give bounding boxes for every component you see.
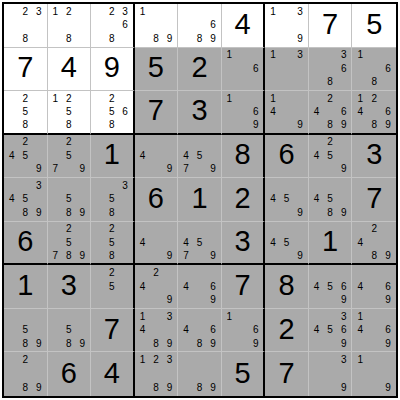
cell-r6c5[interactable]: 4579: [178, 222, 222, 266]
cell-r9c2[interactable]: 6: [48, 352, 92, 396]
pencil-mark-4: 4: [179, 323, 193, 337]
cell-r6c3[interactable]: 258: [91, 222, 135, 266]
pencil-marks: 289: [5, 353, 46, 395]
pencil-mark-1: [310, 310, 324, 324]
cell-r2c6[interactable]: 16: [222, 48, 266, 92]
pencil-mark-2: [280, 49, 294, 63]
pencil-marks: 238: [5, 5, 46, 46]
pencil-mark-6: 6: [206, 323, 220, 337]
pencil-mark-5: 5: [62, 149, 76, 163]
pencil-mark-7: [179, 32, 193, 46]
cell-r1c1[interactable]: 238: [4, 4, 48, 48]
pencil-mark-4: [5, 367, 19, 381]
pencil-mark-9: [76, 32, 90, 46]
pencil-mark-1: [92, 266, 105, 280]
cell-r1c8[interactable]: 7: [309, 4, 353, 48]
pencil-mark-4: 4: [310, 280, 324, 294]
pencil-mark-2: [149, 223, 163, 236]
pencil-mark-9: [381, 76, 395, 90]
pencil-mark-7: [223, 118, 236, 131]
pencil-mark-1: 1: [136, 353, 150, 367]
pencil-mark-5: [149, 323, 163, 337]
pencil-marks: 12389: [136, 353, 177, 395]
cell-r3c6[interactable]: 169: [222, 91, 266, 135]
cell-r5c9[interactable]: 7: [352, 178, 396, 222]
pencil-marks: 2489: [353, 223, 395, 263]
cell-value: 2: [279, 315, 295, 344]
pencil-mark-1: [179, 266, 193, 280]
pencil-mark-3: [206, 353, 220, 367]
pencil-mark-1: [179, 353, 193, 367]
pencil-marks: 589: [49, 310, 90, 351]
cell-r9c9[interactable]: 19: [352, 352, 396, 396]
cell-r5c8[interactable]: 4589: [309, 178, 353, 222]
cell-r1c9[interactable]: 5: [352, 4, 396, 48]
pencil-mark-4: 4: [310, 105, 324, 118]
pencil-mark-5: [367, 280, 381, 294]
cell-r2c8[interactable]: 368: [309, 48, 353, 92]
pencil-mark-4: 4: [5, 193, 19, 207]
cell-r7c2[interactable]: 3: [48, 265, 92, 309]
pencil-mark-5: [149, 149, 163, 163]
pencil-mark-7: [92, 293, 105, 307]
pencil-mark-9: 9: [206, 32, 220, 46]
cell-r9c3[interactable]: 4: [91, 352, 135, 396]
pencil-mark-8: [62, 163, 76, 177]
pencil-marks: 368: [310, 49, 351, 90]
pencil-mark-8: [193, 293, 207, 307]
pencil-mark-9: 9: [32, 381, 46, 395]
pencil-mark-3: 3: [293, 49, 307, 63]
pencil-mark-6: 6: [337, 105, 351, 118]
cell-r3c9[interactable]: 124689: [352, 91, 396, 135]
pencil-mark-8: 8: [323, 206, 337, 220]
cell-r9c7[interactable]: 7: [265, 352, 309, 396]
pencil-mark-2: 2: [367, 92, 381, 105]
pencil-mark-1: [266, 179, 280, 193]
pencil-mark-4: 4: [136, 280, 150, 294]
pencil-marks: 2459: [310, 136, 351, 177]
pencil-mark-2: [323, 179, 337, 193]
cell-r8c8[interactable]: 34569: [309, 309, 353, 353]
pencil-mark-6: [32, 193, 46, 207]
cell-r5c7[interactable]: 459: [265, 178, 309, 222]
cell-r1c6[interactable]: 4: [222, 4, 266, 48]
pencil-mark-6: [206, 149, 220, 163]
pencil-mark-9: 9: [32, 206, 46, 220]
cell-value: 7: [17, 53, 33, 82]
pencil-mark-8: [280, 32, 294, 46]
cell-r7c8[interactable]: 4569: [309, 265, 353, 309]
pencil-mark-4: [223, 105, 236, 118]
cell-r7c7[interactable]: 8: [265, 265, 309, 309]
pencil-mark-2: 2: [149, 353, 163, 367]
cell-r2c4[interactable]: 5: [135, 48, 179, 92]
pencil-mark-5: 5: [62, 105, 76, 118]
cell-r7c6[interactable]: 7: [222, 265, 266, 309]
pencil-mark-3: [32, 92, 46, 105]
pencil-mark-7: 7: [179, 163, 193, 177]
pencil-mark-8: [149, 293, 163, 307]
pencil-marks: 2579: [49, 136, 90, 177]
cell-r3c7[interactable]: 149: [265, 91, 309, 135]
pencil-mark-4: [136, 19, 150, 33]
pencil-mark-5: [323, 62, 337, 76]
pencil-marks: 49: [136, 136, 177, 177]
pencil-mark-6: 6: [249, 323, 262, 337]
pencil-mark-8: 8: [367, 76, 381, 90]
pencil-marks: 2568: [92, 92, 132, 132]
pencil-mark-1: [310, 353, 324, 367]
pencil-mark-5: [236, 105, 249, 118]
pencil-mark-6: 6: [381, 62, 395, 76]
cell-r4c2[interactable]: 2579: [48, 135, 92, 179]
cell-r2c7[interactable]: 13: [265, 48, 309, 92]
pencil-mark-3: 3: [163, 310, 177, 324]
cell-r8c3[interactable]: 7: [91, 309, 135, 353]
pencil-mark-7: [266, 206, 280, 220]
pencil-mark-2: [193, 310, 207, 324]
pencil-mark-8: 8: [105, 118, 118, 131]
pencil-mark-1: [5, 310, 19, 324]
cell-r2c9[interactable]: 168: [352, 48, 396, 92]
pencil-mark-7: [310, 118, 324, 131]
pencil-mark-7: [310, 337, 324, 351]
pencil-mark-6: 6: [337, 62, 351, 76]
pencil-mark-4: 4: [310, 193, 324, 207]
pencil-mark-4: 4: [179, 280, 193, 294]
cell-value: 2: [234, 184, 250, 213]
pencil-marks: 589: [49, 179, 90, 220]
pencil-mark-4: [179, 367, 193, 381]
pencil-mark-6: [337, 367, 351, 381]
cell-r6c9[interactable]: 2489: [352, 222, 396, 266]
pencil-mark-7: [92, 118, 105, 131]
pencil-mark-3: [293, 223, 307, 236]
pencil-mark-7: [310, 76, 324, 90]
cell-r4c1[interactable]: 2459: [4, 135, 48, 179]
pencil-mark-7: [353, 381, 367, 395]
pencil-marks: 34569: [310, 310, 351, 351]
pencil-mark-8: 8: [62, 32, 76, 46]
pencil-mark-9: 9: [76, 206, 90, 220]
cell-r9c5[interactable]: 89: [178, 352, 222, 396]
pencil-mark-5: [149, 19, 163, 33]
pencil-mark-8: 8: [193, 381, 207, 395]
pencil-mark-6: [32, 367, 46, 381]
cell-value: 9: [104, 53, 120, 82]
pencil-mark-6: 6: [337, 280, 351, 294]
pencil-mark-5: 5: [323, 323, 337, 337]
cell-r2c5[interactable]: 2: [178, 48, 222, 92]
cell-r7c4[interactable]: 249: [135, 265, 179, 309]
cell-value: 6: [148, 184, 164, 213]
cell-value: 6: [279, 140, 295, 169]
pencil-mark-1: 1: [266, 49, 280, 63]
pencil-mark-5: [149, 236, 163, 249]
pencil-mark-5: [149, 280, 163, 294]
cell-r9c8[interactable]: 39: [309, 352, 353, 396]
cell-r5c6[interactable]: 2: [222, 178, 266, 222]
pencil-mark-9: 9: [76, 163, 90, 177]
pencil-mark-9: [32, 118, 46, 131]
cell-value: 1: [322, 227, 338, 256]
pencil-mark-1: [5, 5, 19, 19]
pencil-mark-2: [62, 310, 76, 324]
pencil-mark-8: [323, 381, 337, 395]
pencil-mark-7: [49, 118, 63, 131]
pencil-mark-6: 6: [118, 105, 131, 118]
pencil-marks: 25: [92, 266, 132, 307]
cell-value: 3: [191, 96, 207, 125]
pencil-mark-1: [353, 266, 367, 280]
pencil-mark-8: 8: [62, 337, 76, 351]
pencil-mark-2: [280, 92, 294, 105]
pencil-mark-3: [381, 266, 395, 280]
pencil-mark-1: [179, 223, 193, 236]
pencil-mark-6: [76, 323, 90, 337]
pencil-mark-2: [280, 223, 294, 236]
cell-r2c1[interactable]: 7: [4, 48, 48, 92]
cell-r8c6[interactable]: 169: [222, 309, 266, 353]
pencil-marks: 4579: [179, 223, 220, 263]
cell-r7c1[interactable]: 1: [4, 265, 48, 309]
pencil-mark-4: 4: [136, 323, 150, 337]
pencil-mark-1: 1: [136, 310, 150, 324]
pencil-mark-9: 9: [206, 381, 220, 395]
pencil-mark-9: 9: [381, 337, 395, 351]
cell-r8c4[interactable]: 13489: [135, 309, 179, 353]
cell-r3c1[interactable]: 258: [4, 91, 48, 135]
pencil-mark-9: [118, 118, 131, 131]
cell-r5c5[interactable]: 1: [178, 178, 222, 222]
pencil-mark-3: 3: [118, 5, 131, 19]
cell-value: 5: [234, 359, 250, 388]
cell-r2c2[interactable]: 4: [48, 48, 92, 92]
pencil-mark-7: [49, 337, 63, 351]
pencil-mark-3: [163, 223, 177, 236]
pencil-mark-7: [5, 337, 19, 351]
cell-value: 5: [148, 53, 164, 82]
cell-r3c2[interactable]: 1258: [48, 91, 92, 135]
cell-r9c6[interactable]: 5: [222, 352, 266, 396]
pencil-marks: 149: [266, 92, 307, 132]
pencil-mark-8: 8: [62, 118, 76, 131]
cell-r1c2[interactable]: 128: [48, 4, 92, 48]
pencil-mark-3: [76, 92, 90, 105]
pencil-mark-9: 9: [381, 381, 395, 395]
pencil-mark-2: 2: [105, 223, 118, 236]
cell-r8c9[interactable]: 1469: [352, 309, 396, 353]
pencil-mark-2: [367, 49, 381, 63]
pencil-mark-2: 2: [19, 353, 33, 367]
cell-r6c6[interactable]: 3: [222, 222, 266, 266]
pencil-mark-6: [76, 236, 90, 249]
cell-r8c5[interactable]: 4689: [178, 309, 222, 353]
pencil-mark-5: 5: [193, 236, 207, 249]
pencil-mark-4: [223, 323, 236, 337]
cell-r3c5[interactable]: 3: [178, 91, 222, 135]
pencil-mark-4: 4: [266, 105, 280, 118]
cell-r4c5[interactable]: 4579: [178, 135, 222, 179]
pencil-mark-4: [49, 149, 63, 163]
pencil-mark-2: 2: [105, 5, 118, 19]
cell-r8c2[interactable]: 589: [48, 309, 92, 353]
pencil-mark-7: [49, 32, 63, 46]
pencil-mark-3: [206, 223, 220, 236]
cell-r3c4[interactable]: 7: [135, 91, 179, 135]
pencil-mark-3: 3: [337, 310, 351, 324]
pencil-marks: 24689: [310, 92, 351, 132]
cell-r7c5[interactable]: 469: [178, 265, 222, 309]
pencil-mark-1: [92, 179, 105, 193]
pencil-mark-5: 5: [62, 193, 76, 207]
pencil-mark-3: [381, 310, 395, 324]
cell-value: 7: [279, 359, 295, 388]
pencil-mark-6: 6: [206, 19, 220, 33]
pencil-mark-8: [280, 206, 294, 220]
cell-r2c3[interactable]: 9: [91, 48, 135, 92]
pencil-mark-8: [236, 118, 249, 131]
pencil-mark-2: [19, 310, 33, 324]
pencil-mark-7: [353, 293, 367, 307]
pencil-marks: 19: [353, 353, 395, 395]
pencil-mark-7: [310, 206, 324, 220]
pencil-mark-5: [236, 323, 249, 337]
pencil-mark-5: 5: [323, 280, 337, 294]
pencil-mark-6: 6: [381, 323, 395, 337]
cell-r6c2[interactable]: 25789: [48, 222, 92, 266]
pencil-mark-7: [223, 76, 236, 90]
cell-value: 8: [234, 140, 250, 169]
cell-value: 6: [61, 359, 77, 388]
pencil-mark-8: [323, 337, 337, 351]
pencil-marks: 2459: [5, 136, 46, 177]
cell-r7c9[interactable]: 469: [352, 265, 396, 309]
pencil-marks: 16: [223, 49, 263, 90]
pencil-mark-5: [367, 236, 381, 249]
pencil-mark-7: [179, 337, 193, 351]
cell-r6c4[interactable]: 49: [135, 222, 179, 266]
cell-r6c8[interactable]: 1: [309, 222, 353, 266]
pencil-mark-8: [193, 163, 207, 177]
pencil-mark-3: [163, 136, 177, 150]
cell-r5c4[interactable]: 6: [135, 178, 179, 222]
pencil-mark-3: [118, 92, 131, 105]
pencil-mark-7: [92, 32, 105, 46]
pencil-mark-4: [5, 105, 19, 118]
pencil-mark-8: [367, 381, 381, 395]
pencil-mark-5: [280, 62, 294, 76]
pencil-mark-6: [163, 367, 177, 381]
pencil-mark-2: 2: [62, 223, 76, 236]
pencil-mark-4: 4: [266, 236, 280, 249]
pencil-mark-3: [249, 92, 262, 105]
pencil-marks: 89: [179, 353, 220, 395]
cell-r4c8[interactable]: 2459: [309, 135, 353, 179]
pencil-mark-7: [266, 32, 280, 46]
pencil-mark-1: 1: [223, 310, 236, 324]
pencil-mark-1: [5, 92, 19, 105]
pencil-mark-4: [92, 236, 105, 249]
pencil-mark-6: [32, 323, 46, 337]
pencil-mark-5: [367, 323, 381, 337]
cell-r8c1[interactable]: 589: [4, 309, 48, 353]
pencil-mark-4: [353, 367, 367, 381]
cell-r4c6[interactable]: 8: [222, 135, 266, 179]
cell-r4c9[interactable]: 3: [352, 135, 396, 179]
pencil-mark-1: [5, 136, 19, 150]
cell-r5c2[interactable]: 589: [48, 178, 92, 222]
cell-r1c5[interactable]: 689: [178, 4, 222, 48]
pencil-mark-5: 5: [105, 236, 118, 249]
cell-r5c3[interactable]: 358: [91, 178, 135, 222]
pencil-marks: 189: [136, 5, 177, 46]
pencil-mark-4: [310, 62, 324, 76]
cell-r9c4[interactable]: 12389: [135, 352, 179, 396]
pencil-mark-9: 9: [32, 163, 46, 177]
pencil-mark-8: 8: [105, 249, 118, 262]
pencil-mark-3: [337, 266, 351, 280]
pencil-mark-4: 4: [353, 105, 367, 118]
pencil-mark-6: [76, 193, 90, 207]
pencil-mark-3: [206, 266, 220, 280]
cell-r8c7[interactable]: 2: [265, 309, 309, 353]
pencil-mark-2: 2: [62, 92, 76, 105]
pencil-mark-7: [353, 249, 367, 262]
cell-r3c8[interactable]: 24689: [309, 91, 353, 135]
pencil-mark-6: [118, 236, 131, 249]
pencil-mark-8: 8: [62, 206, 76, 220]
cell-r9c1[interactable]: 289: [4, 352, 48, 396]
pencil-mark-4: [92, 105, 105, 118]
pencil-mark-9: [249, 76, 262, 90]
pencil-mark-4: [266, 62, 280, 76]
cell-r4c3[interactable]: 1: [91, 135, 135, 179]
pencil-mark-6: [293, 62, 307, 76]
pencil-mark-8: 8: [193, 337, 207, 351]
pencil-mark-1: [179, 5, 193, 19]
pencil-mark-6: [293, 236, 307, 249]
pencil-mark-8: 8: [19, 32, 33, 46]
pencil-mark-2: 2: [62, 136, 76, 150]
pencil-mark-2: 2: [105, 92, 118, 105]
pencil-mark-5: 5: [105, 280, 118, 294]
cell-r6c7[interactable]: 459: [265, 222, 309, 266]
pencil-mark-9: 9: [337, 337, 351, 351]
cell-r4c7[interactable]: 6: [265, 135, 309, 179]
pencil-marks: 4579: [179, 136, 220, 177]
cell-r1c4[interactable]: 189: [135, 4, 179, 48]
cell-r1c3[interactable]: 2368: [91, 4, 135, 48]
pencil-mark-7: [136, 32, 150, 46]
cell-r3c3[interactable]: 2568: [91, 91, 135, 135]
cell-r5c1[interactable]: 34589: [4, 178, 48, 222]
pencil-mark-1: [179, 310, 193, 324]
pencil-mark-3: [293, 92, 307, 105]
cell-r7c3[interactable]: 25: [91, 265, 135, 309]
pencil-marks: 25789: [49, 223, 90, 263]
pencil-mark-1: [136, 266, 150, 280]
cell-value: 5: [366, 10, 382, 39]
pencil-mark-3: [76, 5, 90, 19]
pencil-mark-5: [62, 19, 76, 33]
cell-r1c7[interactable]: 139: [265, 4, 309, 48]
cell-r4c4[interactable]: 49: [135, 135, 179, 179]
cell-r6c1[interactable]: 6: [4, 222, 48, 266]
pencil-mark-7: [266, 118, 280, 131]
pencil-mark-2: [19, 179, 33, 193]
